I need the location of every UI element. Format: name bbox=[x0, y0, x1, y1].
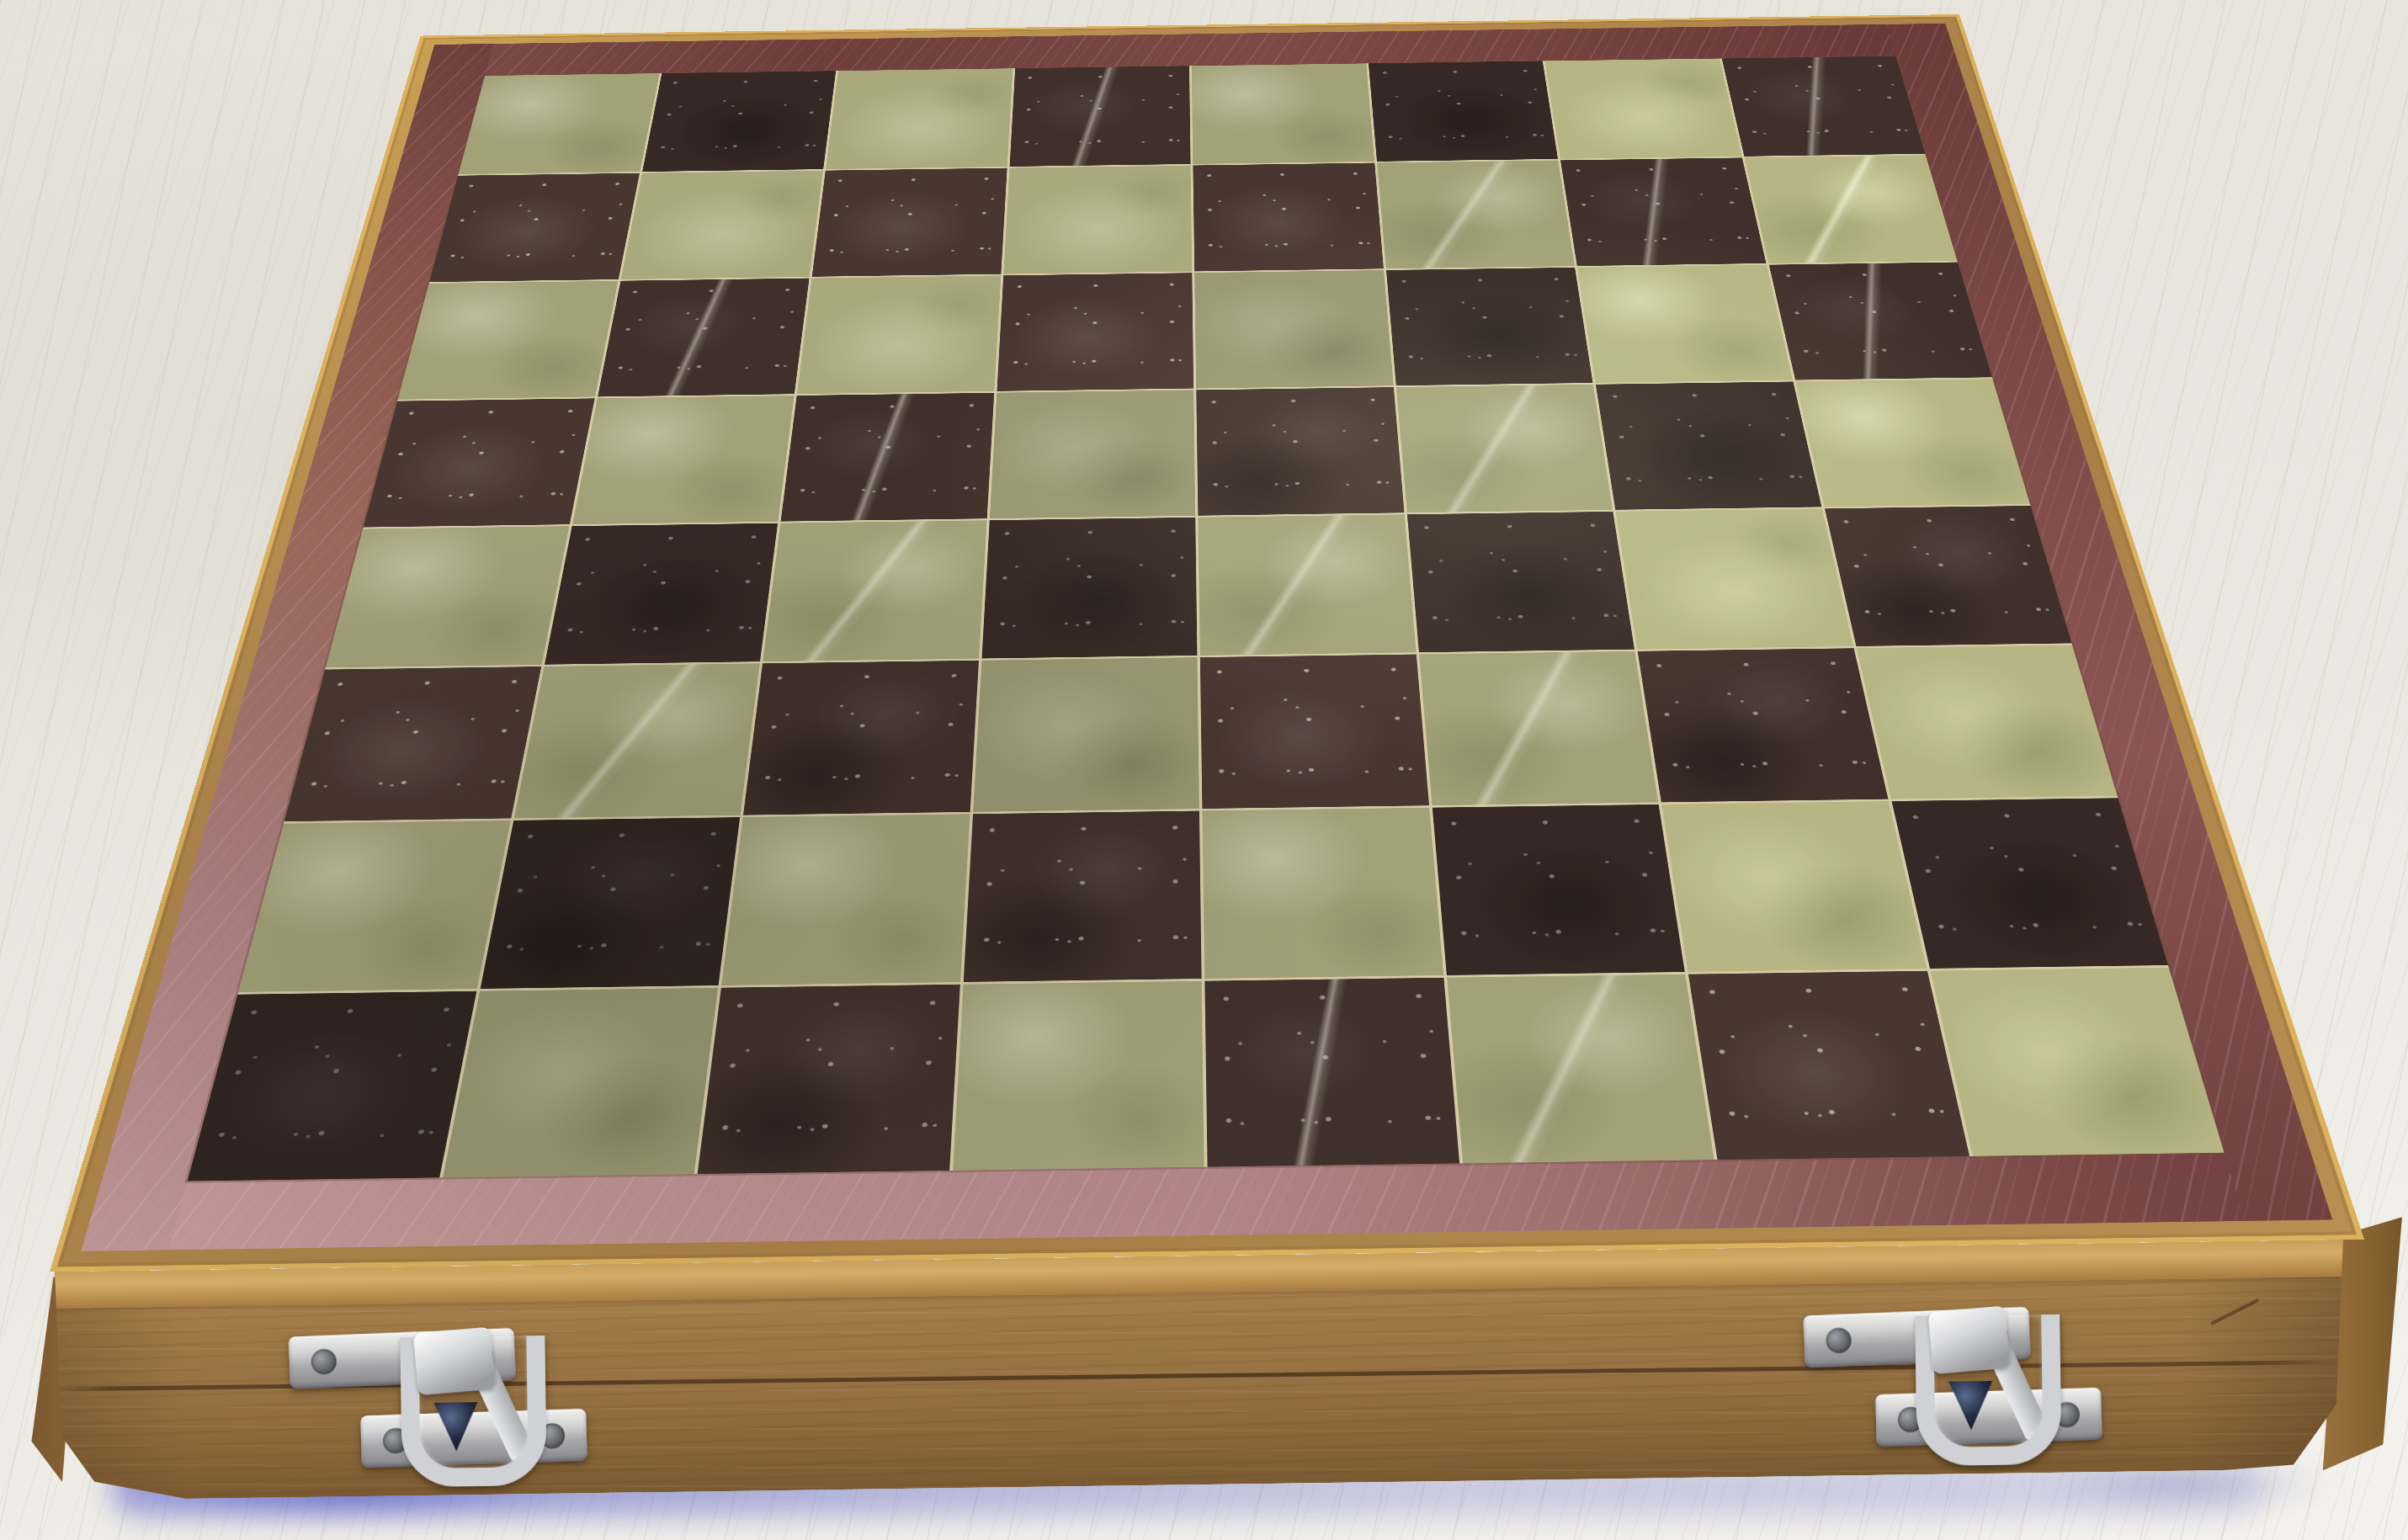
square-d5[interactable] bbox=[989, 390, 1195, 518]
square-g7[interactable] bbox=[1560, 157, 1766, 266]
square-f7[interactable] bbox=[1377, 160, 1575, 268]
square-f2[interactable] bbox=[1432, 805, 1684, 975]
square-f8[interactable] bbox=[1369, 61, 1558, 161]
square-b4[interactable] bbox=[545, 523, 778, 665]
square-e4[interactable] bbox=[1198, 514, 1416, 655]
square-g6[interactable] bbox=[1577, 265, 1793, 383]
square-h6[interactable] bbox=[1768, 263, 1991, 380]
square-h8[interactable] bbox=[1721, 56, 1925, 157]
square-a6[interactable] bbox=[398, 281, 619, 400]
case-front bbox=[45, 1240, 2347, 1500]
square-c2[interactable] bbox=[721, 814, 970, 985]
square-a4[interactable] bbox=[326, 526, 569, 667]
square-c8[interactable] bbox=[826, 68, 1013, 169]
board-grid bbox=[188, 56, 2225, 1182]
square-f3[interactable] bbox=[1419, 651, 1659, 806]
square-e7[interactable] bbox=[1193, 162, 1383, 271]
square-a7[interactable] bbox=[429, 173, 640, 283]
latch-right[interactable] bbox=[1804, 1308, 2159, 1460]
square-e2[interactable] bbox=[1202, 808, 1443, 979]
latch-hook-tab bbox=[1928, 1306, 2011, 1374]
square-h7[interactable] bbox=[1744, 155, 1957, 263]
square-d8[interactable] bbox=[1009, 66, 1190, 166]
latch-left[interactable] bbox=[289, 1329, 644, 1481]
board-top bbox=[50, 14, 2364, 1272]
wood-crack bbox=[2210, 1298, 2260, 1325]
latch-hook-tab bbox=[413, 1327, 496, 1395]
square-d4[interactable] bbox=[981, 518, 1197, 658]
square-c1[interactable] bbox=[698, 984, 960, 1174]
square-g8[interactable] bbox=[1544, 59, 1741, 159]
square-g4[interactable] bbox=[1616, 508, 1853, 649]
square-h5[interactable] bbox=[1795, 379, 2030, 507]
square-c3[interactable] bbox=[743, 660, 979, 815]
square-f4[interactable] bbox=[1406, 512, 1634, 652]
square-g2[interactable] bbox=[1661, 801, 1927, 972]
square-b3[interactable] bbox=[513, 663, 759, 818]
square-e8[interactable] bbox=[1192, 63, 1374, 163]
square-d6[interactable] bbox=[997, 273, 1193, 390]
square-d2[interactable] bbox=[963, 811, 1201, 982]
square-f6[interactable] bbox=[1386, 268, 1593, 385]
square-a2[interactable] bbox=[238, 820, 510, 992]
board-perspective bbox=[18, 0, 2364, 1272]
square-e6[interactable] bbox=[1194, 270, 1393, 388]
square-b6[interactable] bbox=[598, 279, 810, 397]
square-a5[interactable] bbox=[364, 398, 595, 527]
square-c6[interactable] bbox=[797, 275, 1001, 394]
square-a3[interactable] bbox=[284, 666, 541, 821]
square-h3[interactable] bbox=[1856, 645, 2117, 799]
square-b1[interactable] bbox=[443, 987, 719, 1177]
square-g1[interactable] bbox=[1688, 970, 1969, 1160]
square-a8[interactable] bbox=[459, 73, 660, 174]
square-c7[interactable] bbox=[812, 167, 1007, 276]
square-g3[interactable] bbox=[1638, 648, 1888, 802]
square-e3[interactable] bbox=[1200, 654, 1429, 809]
screw bbox=[311, 1348, 337, 1374]
square-c5[interactable] bbox=[781, 393, 994, 522]
square-h4[interactable] bbox=[1825, 506, 2072, 646]
square-c4[interactable] bbox=[763, 520, 986, 661]
square-f1[interactable] bbox=[1447, 974, 1714, 1163]
square-g5[interactable] bbox=[1596, 381, 1821, 510]
square-b8[interactable] bbox=[642, 71, 836, 172]
square-b2[interactable] bbox=[480, 817, 740, 988]
square-e1[interactable] bbox=[1204, 977, 1459, 1166]
square-d7[interactable] bbox=[1003, 165, 1192, 273]
square-e5[interactable] bbox=[1196, 387, 1404, 516]
square-d1[interactable] bbox=[953, 980, 1204, 1170]
square-b7[interactable] bbox=[620, 170, 823, 279]
square-d3[interactable] bbox=[973, 657, 1199, 812]
photo-scene bbox=[0, 0, 2408, 1540]
square-b5[interactable] bbox=[572, 396, 795, 524]
square-f5[interactable] bbox=[1396, 385, 1613, 513]
chess-case bbox=[0, 0, 2408, 1540]
square-a1[interactable] bbox=[188, 990, 476, 1181]
screw bbox=[1826, 1327, 1852, 1353]
